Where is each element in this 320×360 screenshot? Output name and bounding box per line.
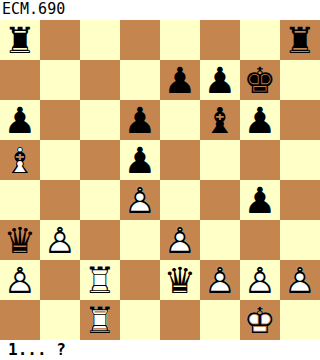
square-g7[interactable]: ♚ — [240, 60, 280, 100]
black-pawn-f7: ♟ — [200, 60, 240, 100]
square-e8[interactable] — [160, 20, 200, 60]
square-d6[interactable]: ♟ — [120, 100, 160, 140]
white-pawn-fill-g2: ♟ — [240, 260, 280, 300]
square-e2[interactable]: ♛ — [160, 260, 200, 300]
square-g4[interactable]: ♟ — [240, 180, 280, 220]
square-d4[interactable]: ♟♙ — [120, 180, 160, 220]
square-f7[interactable]: ♟ — [200, 60, 240, 100]
square-e4[interactable] — [160, 180, 200, 220]
puzzle-id-label: ECM.690 — [0, 0, 320, 20]
square-b4[interactable] — [40, 180, 80, 220]
square-c7[interactable] — [80, 60, 120, 100]
square-c4[interactable] — [80, 180, 120, 220]
square-h5[interactable] — [280, 140, 320, 180]
white-bishop-fill-a5: ♝ — [0, 140, 40, 180]
square-g2[interactable]: ♟♙ — [240, 260, 280, 300]
square-d7[interactable] — [120, 60, 160, 100]
square-e5[interactable] — [160, 140, 200, 180]
square-e3[interactable]: ♟♙ — [160, 220, 200, 260]
white-rook-fill-c1: ♜ — [80, 300, 120, 340]
square-g5[interactable] — [240, 140, 280, 180]
square-a3[interactable]: ♛ — [0, 220, 40, 260]
square-h7[interactable] — [280, 60, 320, 100]
square-b1[interactable] — [40, 300, 80, 340]
square-a5[interactable]: ♝♗ — [0, 140, 40, 180]
square-b6[interactable] — [40, 100, 80, 140]
square-f4[interactable] — [200, 180, 240, 220]
white-pawn-h2: ♙ — [280, 260, 320, 300]
square-g6[interactable]: ♟ — [240, 100, 280, 140]
square-f1[interactable] — [200, 300, 240, 340]
square-d1[interactable] — [120, 300, 160, 340]
square-a4[interactable] — [0, 180, 40, 220]
square-b5[interactable] — [40, 140, 80, 180]
square-d8[interactable] — [120, 20, 160, 60]
white-pawn-d4: ♙ — [120, 180, 160, 220]
white-pawn-fill-d4: ♟ — [120, 180, 160, 220]
square-b7[interactable] — [40, 60, 80, 100]
black-king-g7: ♚ — [240, 60, 280, 100]
black-queen-a3: ♛ — [0, 220, 40, 260]
white-bishop-a5: ♗ — [0, 140, 40, 180]
square-f5[interactable] — [200, 140, 240, 180]
square-c8[interactable] — [80, 20, 120, 60]
white-pawn-f2: ♙ — [200, 260, 240, 300]
black-pawn-g6: ♟ — [240, 100, 280, 140]
square-b3[interactable]: ♟♙ — [40, 220, 80, 260]
square-e1[interactable] — [160, 300, 200, 340]
white-pawn-g2: ♙ — [240, 260, 280, 300]
square-c5[interactable] — [80, 140, 120, 180]
white-rook-c1: ♖ — [80, 300, 120, 340]
white-rook-c2: ♖ — [80, 260, 120, 300]
square-g1[interactable]: ♚♔ — [240, 300, 280, 340]
square-f8[interactable] — [200, 20, 240, 60]
white-pawn-fill-h2: ♟ — [280, 260, 320, 300]
square-f2[interactable]: ♟♙ — [200, 260, 240, 300]
square-a8[interactable]: ♜ — [0, 20, 40, 60]
square-e7[interactable]: ♟ — [160, 60, 200, 100]
black-rook-a8: ♜ — [0, 20, 40, 60]
white-pawn-fill-a2: ♟ — [0, 260, 40, 300]
white-pawn-a2: ♙ — [0, 260, 40, 300]
black-rook-h8: ♜ — [280, 20, 320, 60]
black-pawn-d6: ♟ — [120, 100, 160, 140]
black-queen-e2: ♛ — [160, 260, 200, 300]
square-a6[interactable]: ♟ — [0, 100, 40, 140]
white-king-fill-g1: ♚ — [240, 300, 280, 340]
square-g3[interactable] — [240, 220, 280, 260]
white-pawn-fill-b3: ♟ — [40, 220, 80, 260]
square-a7[interactable] — [0, 60, 40, 100]
square-b8[interactable] — [40, 20, 80, 60]
square-a1[interactable] — [0, 300, 40, 340]
square-h8[interactable]: ♜ — [280, 20, 320, 60]
white-pawn-e3: ♙ — [160, 220, 200, 260]
square-h3[interactable] — [280, 220, 320, 260]
white-pawn-b3: ♙ — [40, 220, 80, 260]
square-g8[interactable] — [240, 20, 280, 60]
square-d3[interactable] — [120, 220, 160, 260]
chess-app-window: ECM.690 ♜♜♟♟♚♟♟♝♟♝♗♟♟♙♟♛♟♙♟♙♟♙♜♖♛♟♙♟♙♟♙♜… — [0, 0, 320, 360]
square-d5[interactable]: ♟ — [120, 140, 160, 180]
square-h2[interactable]: ♟♙ — [280, 260, 320, 300]
square-c6[interactable] — [80, 100, 120, 140]
square-c1[interactable]: ♜♖ — [80, 300, 120, 340]
move-prompt: 1... ? — [0, 340, 320, 360]
square-c2[interactable]: ♜♖ — [80, 260, 120, 300]
chess-board: ♜♜♟♟♚♟♟♝♟♝♗♟♟♙♟♛♟♙♟♙♟♙♜♖♛♟♙♟♙♟♙♜♖♚♔ — [0, 20, 320, 340]
black-pawn-d5: ♟ — [120, 140, 160, 180]
square-d2[interactable] — [120, 260, 160, 300]
white-pawn-fill-e3: ♟ — [160, 220, 200, 260]
square-c3[interactable] — [80, 220, 120, 260]
square-h4[interactable] — [280, 180, 320, 220]
square-f3[interactable] — [200, 220, 240, 260]
black-bishop-f6: ♝ — [200, 100, 240, 140]
square-e6[interactable] — [160, 100, 200, 140]
white-pawn-fill-f2: ♟ — [200, 260, 240, 300]
square-f6[interactable]: ♝ — [200, 100, 240, 140]
square-b2[interactable] — [40, 260, 80, 300]
square-h1[interactable] — [280, 300, 320, 340]
black-pawn-e7: ♟ — [160, 60, 200, 100]
white-king-g1: ♔ — [240, 300, 280, 340]
white-rook-fill-c2: ♜ — [80, 260, 120, 300]
black-pawn-a6: ♟ — [0, 100, 40, 140]
square-a2[interactable]: ♟♙ — [0, 260, 40, 300]
black-pawn-g4: ♟ — [240, 180, 280, 220]
square-h6[interactable] — [280, 100, 320, 140]
